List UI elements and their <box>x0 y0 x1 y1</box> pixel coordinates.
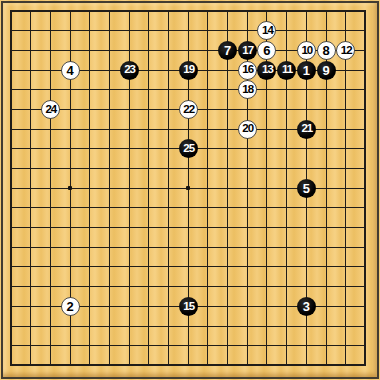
grid-line-horizontal <box>10 286 366 287</box>
stone-black-13[interactable]: 13 <box>257 61 276 80</box>
grid-line-horizontal <box>10 207 366 208</box>
stone-black-21[interactable]: 21 <box>297 120 316 139</box>
grid-line-horizontal <box>10 326 366 327</box>
stone-black-11[interactable]: 11 <box>277 61 296 80</box>
stone-white-12[interactable]: 12 <box>336 41 355 60</box>
grid-line-horizontal <box>10 227 366 228</box>
grid-line-vertical <box>227 10 228 366</box>
stone-white-14[interactable]: 14 <box>257 21 276 40</box>
stone-white-24[interactable]: 24 <box>41 100 60 119</box>
grid-line-vertical <box>364 10 366 366</box>
stone-white-22[interactable]: 22 <box>179 100 198 119</box>
stone-black-19[interactable]: 19 <box>179 61 198 80</box>
grid-line-horizontal <box>10 345 366 346</box>
go-board[interactable]: 1234567891011121314151617181920212223242… <box>0 0 380 380</box>
star-point <box>186 186 190 190</box>
stone-white-18[interactable]: 18 <box>238 80 257 99</box>
stone-black-9[interactable]: 9 <box>317 61 336 80</box>
stone-black-17[interactable]: 17 <box>238 41 257 60</box>
star-point <box>68 186 72 190</box>
stone-black-23[interactable]: 23 <box>120 61 139 80</box>
stone-black-3[interactable]: 3 <box>297 297 316 316</box>
stone-black-1[interactable]: 1 <box>297 61 316 80</box>
grid-line-horizontal <box>10 266 366 267</box>
stone-black-7[interactable]: 7 <box>218 41 237 60</box>
stone-white-20[interactable]: 20 <box>238 120 257 139</box>
grid-line-horizontal <box>10 247 366 248</box>
grid-line-vertical <box>345 10 346 366</box>
stone-white-10[interactable]: 10 <box>297 41 316 60</box>
grid-line-vertical <box>207 10 208 366</box>
stone-white-4[interactable]: 4 <box>61 61 80 80</box>
stone-white-6[interactable]: 6 <box>257 41 276 60</box>
stone-black-5[interactable]: 5 <box>297 179 316 198</box>
grid-line-horizontal <box>10 364 366 366</box>
stone-white-8[interactable]: 8 <box>317 41 336 60</box>
stone-black-25[interactable]: 25 <box>179 139 198 158</box>
stone-white-16[interactable]: 16 <box>238 61 257 80</box>
stone-white-2[interactable]: 2 <box>61 297 80 316</box>
stone-black-15[interactable]: 15 <box>179 297 198 316</box>
